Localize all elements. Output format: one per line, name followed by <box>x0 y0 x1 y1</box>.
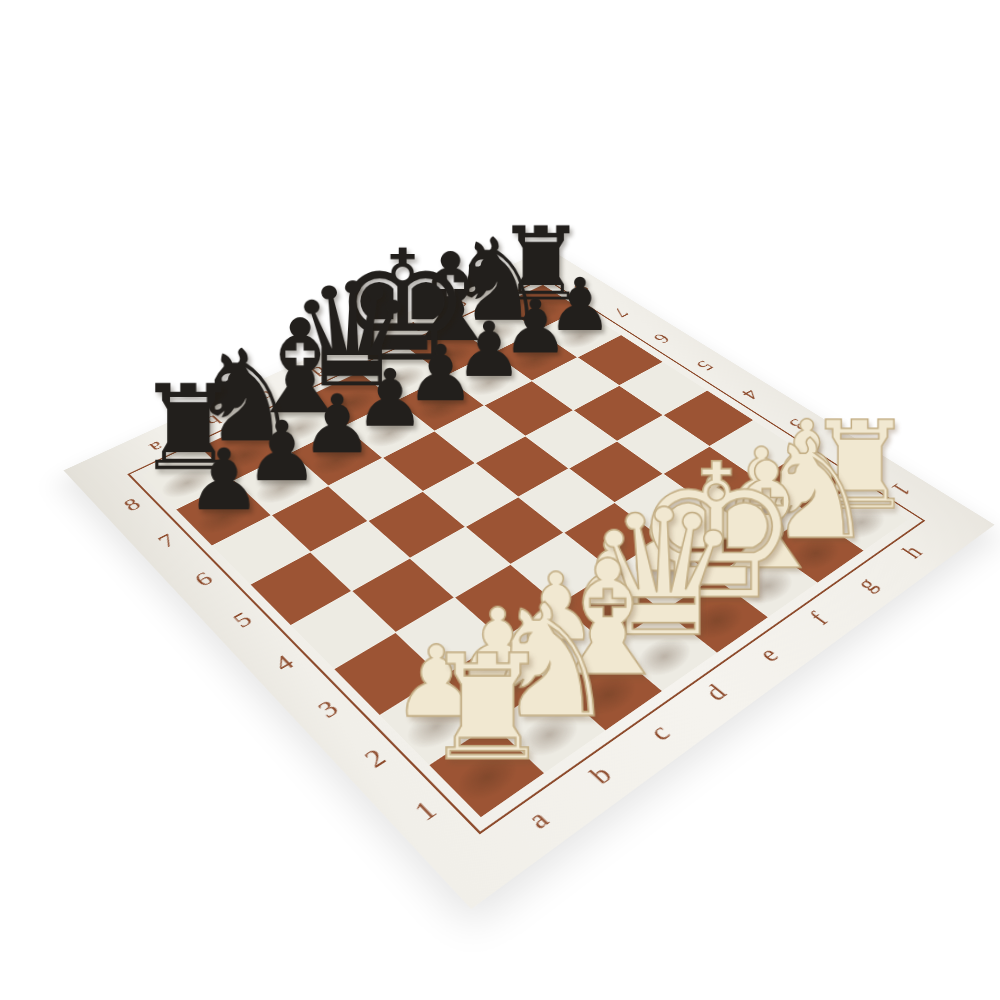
product-photo-scene: aabbccddeeffgghh1122334455667788 ♜♞♝♛♚♝♞… <box>0 0 1000 1000</box>
piece-white-rook-a1[interactable]: ♜ <box>421 635 552 781</box>
chess-mat: aabbccddeeffgghh1122334455667788 ♜♞♝♛♚♝♞… <box>64 248 995 909</box>
piece-black-pawn-a7[interactable]: ♟ <box>185 437 261 522</box>
pieces-layer: ♜♞♝♛♚♝♞♜♟♟♟♟♟♟♟♟♟♟♟♟♟♟♟♟♜♞♝♛♚♝♞♜ <box>64 248 995 909</box>
